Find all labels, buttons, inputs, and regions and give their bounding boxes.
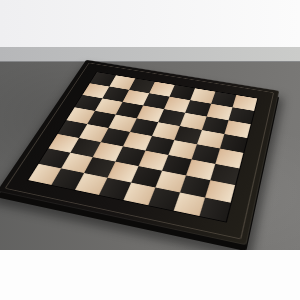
chess-board — [39, 23, 265, 249]
photo-bottom-margin — [0, 250, 300, 300]
board-frame — [0, 60, 279, 246]
product-photo — [0, 0, 300, 300]
